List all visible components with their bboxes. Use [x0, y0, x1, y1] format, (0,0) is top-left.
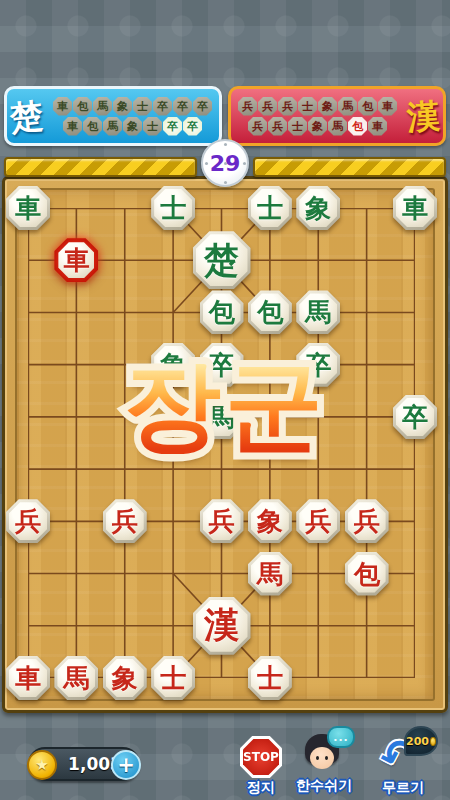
- cho-captured-tray: 楚 車包馬象士卒卒卒車包馬象士卒卒: [4, 86, 222, 146]
- add-coins-button[interactable]: +: [111, 750, 141, 780]
- piece-cho-士[interactable]: 士: [248, 186, 292, 230]
- captured-piece-icon: 兵: [258, 97, 277, 116]
- captured-piece-icon: 兵: [278, 97, 297, 116]
- captured-piece-icon: 兵: [248, 117, 267, 136]
- avatar-face: [310, 747, 334, 769]
- piece-han-士[interactable]: 士: [151, 656, 195, 700]
- cho-tray-icons: 車包馬象士卒卒卒車包馬象士卒卒: [46, 97, 219, 136]
- coin-icon: ★: [27, 750, 57, 780]
- captured-piece-icon: 卒: [153, 97, 172, 116]
- captured-piece-icon: 卒: [183, 117, 202, 136]
- move-counter: 29: [201, 139, 249, 187]
- piece-han-馬[interactable]: 馬: [248, 552, 292, 596]
- piece-cho-馬[interactable]: 馬: [296, 290, 340, 334]
- undo-button[interactable]: ↶ 200 무르기: [378, 736, 428, 797]
- captured-piece-icon: 卒: [193, 97, 212, 116]
- captured-piece-icon: 車: [53, 97, 72, 116]
- captured-piece-icon: 象: [123, 117, 142, 136]
- captured-piece-icon: 馬: [338, 97, 357, 116]
- stop-sign-icon: STOP: [240, 736, 282, 778]
- han-stripe-bar: [253, 157, 446, 177]
- janggi-board[interactable]: 車士士象車楚包包馬象卒卒馬卒車兵兵兵象兵兵馬包漢車馬象士士: [0, 175, 450, 714]
- undo-cost-badge: 200: [404, 726, 438, 756]
- captured-piece-icon: 卒: [163, 117, 182, 136]
- captured-piece-icon: 馬: [93, 97, 112, 116]
- undo-arrow-icon: ↶ 200: [378, 736, 428, 778]
- captured-piece-icon: 象: [308, 117, 327, 136]
- piece-cho-包[interactable]: 包: [248, 290, 292, 334]
- han-tray-icons: 兵兵兵士象馬包車兵兵士象馬包車: [231, 97, 404, 136]
- captured-piece-icon: 包: [358, 97, 377, 116]
- piece-han-象[interactable]: 象: [248, 499, 292, 543]
- captured-piece-icon: 包: [73, 97, 92, 116]
- captured-piece-icon: 馬: [328, 117, 347, 136]
- stop-button[interactable]: STOP 정지: [240, 736, 282, 797]
- captured-piece-icon: 士: [298, 97, 317, 116]
- captured-piece-icon: 士: [143, 117, 162, 136]
- piece-cho-象[interactable]: 象: [296, 186, 340, 230]
- han-emblem: 漢: [403, 98, 444, 134]
- piece-cho-象[interactable]: 象: [151, 343, 195, 387]
- captured-piece-icon: 車: [63, 117, 82, 136]
- captured-piece-icon: 車: [378, 97, 397, 116]
- cho-emblem: 楚: [5, 98, 47, 135]
- stop-button-label: 정지: [247, 779, 275, 797]
- piece-cho-卒[interactable]: 卒: [200, 343, 244, 387]
- piece-cho-車[interactable]: 車: [393, 186, 437, 230]
- captured-piece-icon: 象: [318, 97, 337, 116]
- piece-han-兵[interactable]: 兵: [200, 499, 244, 543]
- small-coin-icon: [430, 737, 436, 746]
- piece-han-士[interactable]: 士: [248, 656, 292, 700]
- piece-han-象[interactable]: 象: [103, 656, 147, 700]
- footer-bar: ★ 1,003 + STOP 정지 ... 한수쉬기 ↶ 200: [0, 714, 450, 800]
- piece-han-兵[interactable]: 兵: [345, 499, 389, 543]
- undo-cost-value: 200: [406, 735, 429, 748]
- captured-piece-icon: 包: [83, 117, 102, 136]
- game-screen: 楚 車包馬象士卒卒卒車包馬象士卒卒 兵兵兵士象馬包車兵兵士象馬包車 漢 29 車…: [0, 0, 450, 800]
- piece-han-兵[interactable]: 兵: [296, 499, 340, 543]
- han-captured-tray: 兵兵兵士象馬包車兵兵士象馬包車 漢: [228, 86, 446, 146]
- captured-piece-icon: 卒: [173, 97, 192, 116]
- captured-piece-icon: 馬: [103, 117, 122, 136]
- piece-han-包[interactable]: 包: [345, 552, 389, 596]
- captured-piece-icon: 車: [368, 117, 387, 136]
- piece-cho-車[interactable]: 車: [6, 186, 50, 230]
- player-avatar-icon: ...: [301, 734, 347, 776]
- piece-cho-馬[interactable]: 馬: [200, 395, 244, 439]
- captured-piece-icon: 士: [133, 97, 152, 116]
- counter-dots: [224, 162, 227, 165]
- piece-cho-卒[interactable]: 卒: [393, 395, 437, 439]
- captured-piece-icon: 兵: [268, 117, 287, 136]
- pass-turn-button[interactable]: ... 한수쉬기: [296, 734, 352, 795]
- piece-cho-包[interactable]: 包: [200, 290, 244, 334]
- captured-piece-icon: 兵: [238, 97, 257, 116]
- piece-cho-卒[interactable]: 卒: [296, 343, 340, 387]
- cho-stripe-bar: [4, 157, 197, 177]
- piece-han-兵[interactable]: 兵: [103, 499, 147, 543]
- captured-piece-icon: 士: [288, 117, 307, 136]
- piece-han-漢[interactable]: 漢: [193, 597, 251, 655]
- captured-piece-icon: 包: [348, 117, 367, 136]
- piece-han-馬[interactable]: 馬: [54, 656, 98, 700]
- piece-cho-士[interactable]: 士: [151, 186, 195, 230]
- pass-turn-label: 한수쉬기: [296, 777, 352, 795]
- speech-bubble-icon: ...: [327, 726, 355, 748]
- captured-piece-icon: 象: [113, 97, 132, 116]
- piece-han-兵[interactable]: 兵: [6, 499, 50, 543]
- piece-cho-楚[interactable]: 楚: [193, 231, 251, 289]
- piece-han-車[interactable]: 車: [6, 656, 50, 700]
- piece-han-車[interactable]: 車: [54, 238, 98, 282]
- coin-counter: ★ 1,003 +: [28, 747, 140, 781]
